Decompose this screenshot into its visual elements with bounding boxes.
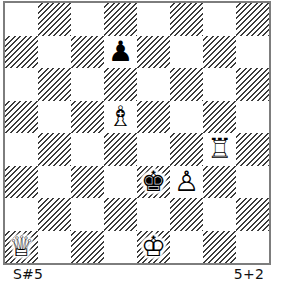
white-queen-icon: ♕ <box>9 233 34 261</box>
square-a2 <box>5 198 38 231</box>
square-f2 <box>170 198 203 231</box>
square-b1 <box>38 231 71 264</box>
square-a6 <box>5 68 38 101</box>
square-d5: ♗ <box>104 101 137 134</box>
square-f6 <box>170 68 203 101</box>
square-f4 <box>170 133 203 166</box>
square-b4 <box>38 133 71 166</box>
square-e1: ♔ <box>137 231 170 264</box>
square-g8 <box>203 3 236 36</box>
square-e3: ♚ <box>137 166 170 199</box>
square-b8 <box>38 3 71 36</box>
black-pawn-icon: ♟ <box>108 38 133 66</box>
square-g5 <box>203 101 236 134</box>
square-e4 <box>137 133 170 166</box>
square-e7 <box>137 36 170 69</box>
square-e8 <box>137 3 170 36</box>
square-h2 <box>236 198 269 231</box>
white-pawn-icon: ♙ <box>174 168 199 196</box>
square-g7 <box>203 36 236 69</box>
square-c6 <box>71 68 104 101</box>
square-c4 <box>71 133 104 166</box>
square-c3 <box>71 166 104 199</box>
square-b5 <box>38 101 71 134</box>
square-g4: ♖ <box>203 133 236 166</box>
square-d3 <box>104 166 137 199</box>
square-d4 <box>104 133 137 166</box>
square-f3: ♙ <box>170 166 203 199</box>
chessboard: ♟♗♖♚♙♕♔ <box>3 1 271 265</box>
square-a7 <box>5 36 38 69</box>
square-a1: ♕ <box>5 231 38 264</box>
white-king-icon: ♔ <box>141 233 166 261</box>
piece-count-label: 5+2 <box>234 266 264 282</box>
square-h6 <box>236 68 269 101</box>
square-e5 <box>137 101 170 134</box>
square-h7 <box>236 36 269 69</box>
square-a5 <box>5 101 38 134</box>
square-f5 <box>170 101 203 134</box>
square-b2 <box>38 198 71 231</box>
square-d1 <box>104 231 137 264</box>
square-h5 <box>236 101 269 134</box>
square-a3 <box>5 166 38 199</box>
square-d8 <box>104 3 137 36</box>
white-bishop-icon: ♗ <box>108 103 133 131</box>
black-king-icon: ♚ <box>141 168 166 196</box>
square-c1 <box>71 231 104 264</box>
square-b6 <box>38 68 71 101</box>
square-a4 <box>5 133 38 166</box>
square-d6 <box>104 68 137 101</box>
square-f7 <box>170 36 203 69</box>
square-g6 <box>203 68 236 101</box>
square-b3 <box>38 166 71 199</box>
square-c2 <box>71 198 104 231</box>
square-g2 <box>203 198 236 231</box>
square-e2 <box>137 198 170 231</box>
square-g1 <box>203 231 236 264</box>
stipulation-label: S#5 <box>13 266 43 282</box>
white-rook-icon: ♖ <box>207 135 232 163</box>
square-f8 <box>170 3 203 36</box>
square-a8 <box>5 3 38 36</box>
square-h3 <box>236 166 269 199</box>
square-g3 <box>203 166 236 199</box>
square-h8 <box>236 3 269 36</box>
square-c8 <box>71 3 104 36</box>
square-c7 <box>71 36 104 69</box>
square-c5 <box>71 101 104 134</box>
square-h1 <box>236 231 269 264</box>
square-e6 <box>137 68 170 101</box>
square-f1 <box>170 231 203 264</box>
square-d7: ♟ <box>104 36 137 69</box>
chess-problem-diagram: ♟♗♖♚♙♕♔ S#5 5+2 <box>0 0 285 285</box>
square-d2 <box>104 198 137 231</box>
square-h4 <box>236 133 269 166</box>
square-b7 <box>38 36 71 69</box>
caption-row: S#5 5+2 <box>13 265 264 283</box>
